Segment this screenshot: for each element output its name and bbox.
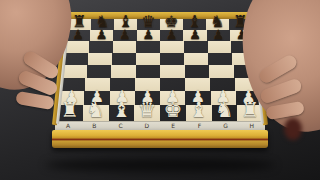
square-d4[interactable] bbox=[136, 65, 161, 78]
square-c1[interactable]: ♝ bbox=[109, 105, 135, 121]
square-g7[interactable]: ♟ bbox=[207, 30, 230, 41]
square-e1[interactable]: ♚ bbox=[160, 105, 186, 121]
square-b6[interactable] bbox=[89, 41, 113, 53]
square-c7[interactable]: ♟ bbox=[113, 30, 136, 41]
square-f1[interactable]: ♝ bbox=[186, 105, 212, 121]
piece-black-pawn[interactable]: ♟ bbox=[96, 28, 108, 41]
board-shadow bbox=[45, 158, 275, 172]
board-frame-far bbox=[65, 12, 255, 19]
piece-white-king[interactable]: ♚ bbox=[163, 100, 182, 121]
square-d6[interactable] bbox=[136, 41, 160, 53]
square-f7[interactable]: ♟ bbox=[183, 30, 206, 41]
square-c4[interactable] bbox=[111, 65, 136, 78]
video-frame: ♜♞♝♛♚♝♞♜♟♟♟♟♟♟♟♟♟♟♟♟♟♟♟♟♜♞♝♛♚♝♞♜ ABCDEFG… bbox=[0, 0, 320, 180]
rank-6 bbox=[65, 41, 255, 53]
square-b4[interactable] bbox=[87, 65, 112, 78]
rank-5 bbox=[64, 53, 257, 65]
square-d1[interactable]: ♛ bbox=[134, 105, 160, 121]
square-f4[interactable] bbox=[185, 65, 210, 78]
square-e5[interactable] bbox=[160, 53, 184, 65]
square-c5[interactable] bbox=[112, 53, 136, 65]
piece-black-pawn[interactable]: ♟ bbox=[119, 28, 131, 41]
square-e4[interactable] bbox=[160, 65, 185, 78]
piece-white-queen[interactable]: ♛ bbox=[138, 100, 157, 121]
right-hand bbox=[230, 0, 320, 160]
thumb-shadow bbox=[284, 118, 302, 140]
piece-black-pawn[interactable]: ♟ bbox=[142, 28, 154, 41]
piece-black-pawn[interactable]: ♟ bbox=[213, 28, 225, 41]
file-label-d: D bbox=[134, 122, 160, 130]
square-d5[interactable] bbox=[136, 53, 160, 65]
square-b5[interactable] bbox=[88, 53, 112, 65]
square-d7[interactable]: ♟ bbox=[137, 30, 160, 41]
file-label-c: C bbox=[108, 122, 134, 130]
rank-7: ♟♟♟♟♟♟♟♟ bbox=[67, 30, 254, 41]
square-g6[interactable] bbox=[208, 41, 232, 53]
square-f6[interactable] bbox=[184, 41, 208, 53]
square-e6[interactable] bbox=[160, 41, 184, 53]
square-g5[interactable] bbox=[208, 53, 232, 65]
square-c6[interactable] bbox=[113, 41, 137, 53]
left-hand bbox=[0, 0, 90, 140]
piece-white-bishop[interactable]: ♝ bbox=[189, 100, 208, 121]
rank-4 bbox=[62, 65, 258, 78]
file-label-f: F bbox=[186, 122, 212, 130]
square-f5[interactable] bbox=[184, 53, 208, 65]
piece-white-bishop[interactable]: ♝ bbox=[112, 100, 131, 121]
piece-black-pawn[interactable]: ♟ bbox=[189, 28, 201, 41]
piece-black-pawn[interactable]: ♟ bbox=[166, 28, 178, 41]
square-e7[interactable]: ♟ bbox=[160, 30, 183, 41]
square-b7[interactable]: ♟ bbox=[90, 30, 113, 41]
file-label-e: E bbox=[160, 122, 186, 130]
